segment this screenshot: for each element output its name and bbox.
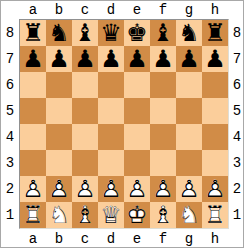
rank-label-right-2: 2 [229, 176, 244, 202]
square-f8[interactable]: ♝ [150, 20, 176, 46]
piece-white-queen: ♛♕ [98, 202, 124, 228]
file-label-top-b: b [46, 1, 72, 19]
piece-outline-layer: ♙ [20, 176, 46, 202]
rank-label-right-5: 5 [229, 98, 244, 124]
rank-label-left-3: 3 [2, 150, 18, 176]
piece-black-rook: ♜ [202, 20, 228, 46]
piece-outline-layer: ♘ [46, 202, 72, 228]
piece-outline-layer: ♕ [98, 202, 124, 228]
piece-black-bishop: ♝ [150, 20, 176, 46]
file-label-top-h: h [202, 1, 228, 19]
square-b7[interactable]: ♟ [46, 46, 72, 72]
rank-label-right-4: 4 [229, 124, 244, 150]
square-e4[interactable] [124, 124, 150, 150]
square-a1[interactable]: ♜♖ [20, 202, 46, 228]
file-label-bottom-h: h [202, 230, 228, 248]
file-label-top-f: f [150, 1, 176, 19]
piece-white-knight: ♞♘ [176, 202, 202, 228]
square-e7[interactable]: ♟ [124, 46, 150, 72]
square-f2[interactable]: ♟♙ [150, 176, 176, 202]
piece-white-rook: ♜♖ [202, 202, 228, 228]
piece-white-pawn: ♟♙ [46, 176, 72, 202]
rank-label-left-5: 5 [2, 98, 18, 124]
file-label-top-d: d [98, 1, 124, 19]
piece-white-pawn: ♟♙ [124, 176, 150, 202]
file-label-bottom-a: a [20, 230, 46, 248]
piece-outline-layer: ♙ [176, 176, 202, 202]
square-d6[interactable] [98, 72, 124, 98]
piece-outline-layer: ♖ [202, 202, 228, 228]
piece-white-pawn: ♟♙ [150, 176, 176, 202]
rank-label-right-6: 6 [229, 72, 244, 98]
rank-label-right-7: 7 [229, 46, 244, 72]
rank-label-left-1: 1 [2, 202, 18, 228]
square-f1[interactable]: ♝♗ [150, 202, 176, 228]
piece-outline-layer: ♙ [202, 176, 228, 202]
piece-white-rook: ♜♖ [20, 202, 46, 228]
square-b2[interactable]: ♟♙ [46, 176, 72, 202]
square-c3[interactable] [72, 150, 98, 176]
piece-black-pawn: ♟ [72, 46, 98, 72]
piece-outline-layer: ♗ [150, 202, 176, 228]
piece-black-knight: ♞ [176, 20, 202, 46]
square-c2[interactable]: ♟♙ [72, 176, 98, 202]
square-f7[interactable]: ♟ [150, 46, 176, 72]
square-h6[interactable] [202, 72, 228, 98]
piece-outline-layer: ♙ [72, 176, 98, 202]
square-e8[interactable]: ♚ [124, 20, 150, 46]
rank-label-left-7: 7 [2, 46, 18, 72]
piece-black-bishop: ♝ [72, 20, 98, 46]
square-g1[interactable]: ♞♘ [176, 202, 202, 228]
square-d1[interactable]: ♛♕ [98, 202, 124, 228]
rank-label-right-1: 1 [229, 202, 244, 228]
piece-white-knight: ♞♘ [46, 202, 72, 228]
piece-black-pawn: ♟ [20, 46, 46, 72]
piece-white-pawn: ♟♙ [202, 176, 228, 202]
square-e1[interactable]: ♚♔ [124, 202, 150, 228]
piece-outline-layer: ♗ [72, 202, 98, 228]
file-label-bottom-d: d [98, 230, 124, 248]
square-h7[interactable]: ♟ [202, 46, 228, 72]
square-b6[interactable] [46, 72, 72, 98]
piece-white-pawn: ♟♙ [176, 176, 202, 202]
square-c8[interactable]: ♝ [72, 20, 98, 46]
square-b5[interactable] [46, 98, 72, 124]
file-labels-bottom: abcdefgh [20, 230, 228, 248]
piece-outline-layer: ♔ [124, 202, 150, 228]
piece-outline-layer: ♙ [98, 176, 124, 202]
square-a8[interactable]: ♜ [20, 20, 46, 46]
rank-label-left-2: 2 [2, 176, 18, 202]
square-a5[interactable] [20, 98, 46, 124]
piece-white-king: ♚♔ [124, 202, 150, 228]
piece-white-pawn: ♟♙ [98, 176, 124, 202]
square-c7[interactable]: ♟ [72, 46, 98, 72]
file-label-bottom-f: f [150, 230, 176, 248]
piece-black-pawn: ♟ [202, 46, 228, 72]
piece-outline-layer: ♙ [46, 176, 72, 202]
file-label-top-e: e [124, 1, 150, 19]
piece-outline-layer: ♘ [176, 202, 202, 228]
piece-black-queen: ♛ [98, 20, 124, 46]
square-a4[interactable] [20, 124, 46, 150]
square-h2[interactable]: ♟♙ [202, 176, 228, 202]
square-d7[interactable]: ♟ [98, 46, 124, 72]
square-d8[interactable]: ♛ [98, 20, 124, 46]
rank-label-left-8: 8 [2, 20, 18, 46]
piece-black-rook: ♜ [20, 20, 46, 46]
piece-black-knight: ♞ [46, 20, 72, 46]
file-label-top-a: a [20, 1, 46, 19]
piece-white-bishop: ♝♗ [150, 202, 176, 228]
square-a7[interactable]: ♟ [20, 46, 46, 72]
rank-labels-left: 87654321 [2, 20, 18, 228]
file-label-bottom-c: c [72, 230, 98, 248]
square-c6[interactable] [72, 72, 98, 98]
piece-outline-layer: ♙ [150, 176, 176, 202]
file-labels-top: abcdefgh [20, 1, 228, 19]
square-d2[interactable]: ♟♙ [98, 176, 124, 202]
square-c1[interactable]: ♝♗ [72, 202, 98, 228]
square-b3[interactable] [46, 150, 72, 176]
piece-black-pawn: ♟ [98, 46, 124, 72]
rank-label-left-4: 4 [2, 124, 18, 150]
chessboard-window: abcdefgh 87654321 ♜♞♝♛♚♝♞♜♟♟♟♟♟♟♟♟♟♙♟♙♟♙… [0, 0, 244, 248]
square-e3[interactable] [124, 150, 150, 176]
square-c4[interactable] [72, 124, 98, 150]
square-a2[interactable]: ♟♙ [20, 176, 46, 202]
square-g2[interactable]: ♟♙ [176, 176, 202, 202]
chess-board: ♜♞♝♛♚♝♞♜♟♟♟♟♟♟♟♟♟♙♟♙♟♙♟♙♟♙♟♙♟♙♟♙♜♖♞♘♝♗♛♕… [19, 19, 229, 229]
square-g7[interactable]: ♟ [176, 46, 202, 72]
square-h4[interactable] [202, 124, 228, 150]
square-g8[interactable]: ♞ [176, 20, 202, 46]
piece-white-pawn: ♟♙ [20, 176, 46, 202]
piece-white-bishop: ♝♗ [72, 202, 98, 228]
square-d3[interactable] [98, 150, 124, 176]
file-label-bottom-e: e [124, 230, 150, 248]
square-f3[interactable] [150, 150, 176, 176]
piece-black-king: ♚ [124, 20, 150, 46]
piece-black-pawn: ♟ [150, 46, 176, 72]
file-label-bottom-g: g [176, 230, 202, 248]
square-f4[interactable] [150, 124, 176, 150]
file-label-bottom-b: b [46, 230, 72, 248]
square-e2[interactable]: ♟♙ [124, 176, 150, 202]
square-b1[interactable]: ♞♘ [46, 202, 72, 228]
square-g3[interactable] [176, 150, 202, 176]
square-h1[interactable]: ♜♖ [202, 202, 228, 228]
piece-outline-layer: ♖ [20, 202, 46, 228]
square-f5[interactable] [150, 98, 176, 124]
square-d5[interactable] [98, 98, 124, 124]
piece-outline-layer: ♙ [124, 176, 150, 202]
rank-label-right-8: 8 [229, 20, 244, 46]
piece-black-pawn: ♟ [124, 46, 150, 72]
square-g5[interactable] [176, 98, 202, 124]
square-h5[interactable] [202, 98, 228, 124]
square-f6[interactable] [150, 72, 176, 98]
square-c5[interactable] [72, 98, 98, 124]
square-h3[interactable] [202, 150, 228, 176]
file-label-top-g: g [176, 1, 202, 19]
piece-black-pawn: ♟ [46, 46, 72, 72]
square-a3[interactable] [20, 150, 46, 176]
square-b4[interactable] [46, 124, 72, 150]
square-e6[interactable] [124, 72, 150, 98]
rank-label-left-6: 6 [2, 72, 18, 98]
square-g4[interactable] [176, 124, 202, 150]
square-d4[interactable] [98, 124, 124, 150]
piece-white-pawn: ♟♙ [72, 176, 98, 202]
square-a6[interactable] [20, 72, 46, 98]
piece-black-pawn: ♟ [176, 46, 202, 72]
square-h8[interactable]: ♜ [202, 20, 228, 46]
rank-label-right-3: 3 [229, 150, 244, 176]
rank-labels-right: 87654321 [229, 20, 244, 228]
square-g6[interactable] [176, 72, 202, 98]
file-label-top-c: c [72, 1, 98, 19]
square-e5[interactable] [124, 98, 150, 124]
square-b8[interactable]: ♞ [46, 20, 72, 46]
